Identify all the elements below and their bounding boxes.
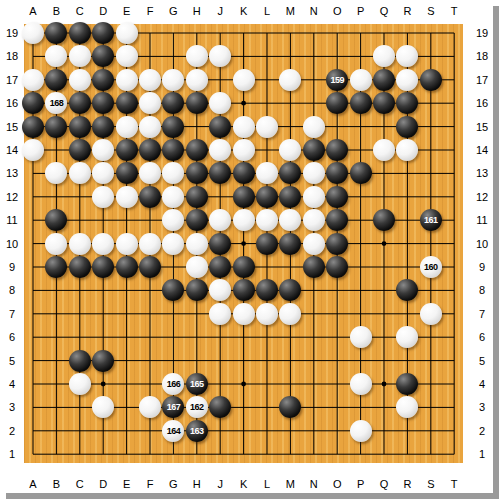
row-label-left-4: 4 — [9, 378, 15, 390]
col-label-bottom-T: T — [451, 478, 458, 490]
black-stone-K8 — [233, 279, 255, 301]
star-point — [382, 241, 387, 246]
row-label-right-2: 2 — [479, 425, 485, 437]
row-label-right-8: 8 — [479, 284, 485, 296]
black-stone-P13 — [350, 162, 372, 184]
white-stone-A19 — [22, 22, 44, 44]
black-stone-F14 — [139, 139, 161, 161]
col-label-top-C: C — [76, 5, 84, 17]
row-label-left-17: 17 — [6, 74, 18, 86]
black-stone-D15 — [92, 116, 114, 138]
col-label-bottom-Q: Q — [380, 478, 389, 490]
white-stone-P6 — [350, 326, 372, 348]
black-stone-K13 — [233, 162, 255, 184]
white-stone-F17 — [139, 69, 161, 91]
row-label-right-13: 13 — [476, 167, 488, 179]
row-label-left-18: 18 — [6, 50, 18, 62]
col-label-top-T: T — [451, 5, 458, 17]
black-stone-Q17 — [373, 69, 395, 91]
white-stone-K11 — [233, 209, 255, 231]
row-label-left-15: 15 — [6, 121, 18, 133]
col-label-bottom-B: B — [53, 478, 60, 490]
col-label-top-S: S — [427, 5, 434, 17]
black-stone-E9 — [116, 256, 138, 278]
white-stone-N15 — [303, 116, 325, 138]
row-label-right-5: 5 — [479, 355, 485, 367]
move-number-label: 168 — [50, 98, 64, 108]
black-stone-E16 — [116, 92, 138, 114]
move-number-label: 162 — [190, 402, 204, 412]
row-label-left-6: 6 — [9, 331, 15, 343]
col-label-top-J: J — [217, 5, 223, 17]
row-label-right-11: 11 — [476, 214, 487, 226]
white-stone-B10 — [45, 233, 67, 255]
white-stone-Q14 — [373, 139, 395, 161]
col-label-top-M: M — [286, 5, 295, 17]
black-stone-L10 — [256, 233, 278, 255]
star-point — [241, 382, 246, 387]
star-point — [241, 241, 246, 246]
row-label-right-6: 6 — [479, 331, 485, 343]
col-label-top-N: N — [310, 5, 318, 17]
board-panel: 159168161160166165167162164163 AABBCCDDE… — [0, 0, 493, 493]
col-label-bottom-S: S — [427, 478, 434, 490]
white-stone-P17 — [350, 69, 372, 91]
white-stone-E12 — [116, 186, 138, 208]
row-label-right-10: 10 — [476, 238, 488, 250]
row-label-left-12: 12 — [6, 191, 18, 203]
row-label-right-19: 19 — [476, 27, 488, 39]
row-label-left-9: 9 — [9, 261, 15, 273]
white-stone-E19 — [116, 22, 138, 44]
white-stone-N11 — [303, 209, 325, 231]
black-stone-C16 — [69, 92, 91, 114]
row-label-left-1: 1 — [9, 448, 15, 460]
black-stone-C5 — [69, 350, 91, 372]
black-stone-P16 — [350, 92, 372, 114]
col-label-bottom-K: K — [240, 478, 247, 490]
row-label-left-10: 10 — [6, 238, 18, 250]
col-label-bottom-E: E — [123, 478, 130, 490]
black-stone-N14 — [303, 139, 325, 161]
row-label-left-13: 13 — [6, 167, 18, 179]
col-label-bottom-F: F — [147, 478, 154, 490]
row-label-right-14: 14 — [476, 144, 488, 156]
col-label-bottom-N: N — [310, 478, 318, 490]
white-stone-G10 — [162, 233, 184, 255]
white-stone-H17 — [186, 69, 208, 91]
row-label-left-3: 3 — [9, 401, 15, 413]
col-label-bottom-O: O — [333, 478, 342, 490]
col-label-top-A: A — [29, 5, 36, 17]
white-stone-K15 — [233, 116, 255, 138]
white-stone-E17 — [116, 69, 138, 91]
white-stone-J7 — [209, 303, 231, 325]
black-stone-E14 — [116, 139, 138, 161]
col-label-bottom-J: J — [217, 478, 223, 490]
star-point — [101, 382, 106, 387]
row-label-right-15: 15 — [476, 121, 488, 133]
col-label-bottom-R: R — [403, 478, 411, 490]
move-number-label: 165 — [190, 379, 204, 389]
black-stone-O10 — [326, 233, 348, 255]
black-stone-C15 — [69, 116, 91, 138]
black-stone-N9 — [303, 256, 325, 278]
white-stone-A17 — [22, 69, 44, 91]
white-stone-P4 — [350, 373, 372, 395]
row-label-left-7: 7 — [9, 308, 15, 320]
white-stone-N12 — [303, 186, 325, 208]
move-number-label: 161 — [424, 215, 438, 225]
row-label-right-3: 3 — [479, 401, 485, 413]
white-stone-P2 — [350, 420, 372, 442]
white-stone-D12 — [92, 186, 114, 208]
black-stone-R15 — [396, 116, 418, 138]
move-number-label: 163 — [190, 426, 204, 436]
row-label-right-18: 18 — [476, 50, 488, 62]
black-stone-G15 — [162, 116, 184, 138]
black-stone-E13 — [116, 162, 138, 184]
row-label-left-8: 8 — [9, 284, 15, 296]
white-stone-D10 — [92, 233, 114, 255]
white-stone-L7 — [256, 303, 278, 325]
star-point — [241, 101, 246, 106]
row-label-right-1: 1 — [479, 448, 485, 460]
black-stone-H4: 165 — [186, 373, 208, 395]
black-stone-B15 — [45, 116, 67, 138]
black-stone-A15 — [22, 116, 44, 138]
black-stone-S11: 161 — [420, 209, 442, 231]
black-stone-O12 — [326, 186, 348, 208]
black-stone-K9 — [233, 256, 255, 278]
white-stone-H10 — [186, 233, 208, 255]
black-stone-J15 — [209, 116, 231, 138]
move-number-label: 166 — [167, 379, 181, 389]
row-label-right-17: 17 — [476, 74, 488, 86]
col-label-top-H: H — [193, 5, 201, 17]
white-stone-K17 — [233, 69, 255, 91]
black-stone-M10 — [279, 233, 301, 255]
white-stone-H9 — [186, 256, 208, 278]
black-stone-C19 — [69, 22, 91, 44]
white-stone-F15 — [139, 116, 161, 138]
move-number-label: 164 — [167, 426, 181, 436]
white-stone-E10 — [116, 233, 138, 255]
black-stone-D17 — [92, 69, 114, 91]
row-label-right-4: 4 — [479, 378, 485, 390]
black-stone-S17 — [420, 69, 442, 91]
black-stone-C9 — [69, 256, 91, 278]
black-stone-H11 — [186, 209, 208, 231]
white-stone-L15 — [256, 116, 278, 138]
black-stone-K12 — [233, 186, 255, 208]
white-stone-E15 — [116, 116, 138, 138]
move-number-label: 160 — [424, 262, 438, 272]
black-stone-C14 — [69, 139, 91, 161]
black-stone-H16 — [186, 92, 208, 114]
star-point — [382, 382, 387, 387]
col-label-top-B: B — [53, 5, 60, 17]
row-label-left-5: 5 — [9, 355, 15, 367]
black-stone-H2: 163 — [186, 420, 208, 442]
row-label-left-11: 11 — [6, 214, 17, 226]
black-stone-J10 — [209, 233, 231, 255]
col-label-bottom-M: M — [286, 478, 295, 490]
white-stone-F10 — [139, 233, 161, 255]
black-stone-H12 — [186, 186, 208, 208]
row-label-left-16: 16 — [6, 97, 18, 109]
col-label-top-O: O — [333, 5, 342, 17]
white-stone-S7 — [420, 303, 442, 325]
col-label-bottom-G: G — [169, 478, 178, 490]
col-label-top-F: F — [147, 5, 154, 17]
white-stone-C10 — [69, 233, 91, 255]
row-label-left-14: 14 — [6, 144, 18, 156]
row-label-right-7: 7 — [479, 308, 485, 320]
col-label-top-P: P — [357, 5, 364, 17]
white-stone-N10 — [303, 233, 325, 255]
black-stone-O17: 159 — [326, 69, 348, 91]
go-game-viewer: { "game": "Go", "board_size": 19, "title… — [0, 0, 500, 500]
col-label-top-E: E — [123, 5, 130, 17]
col-label-top-Q: Q — [380, 5, 389, 17]
goban[interactable]: 159168161160166165167162164163 — [24, 24, 463, 463]
row-label-right-9: 9 — [479, 261, 485, 273]
row-label-right-16: 16 — [476, 97, 488, 109]
col-label-bottom-C: C — [76, 478, 84, 490]
col-label-top-D: D — [99, 5, 107, 17]
black-stone-L12 — [256, 186, 278, 208]
white-stone-E18 — [116, 45, 138, 67]
white-stone-K14 — [233, 139, 255, 161]
col-label-top-G: G — [169, 5, 178, 17]
col-label-top-L: L — [264, 5, 270, 17]
black-stone-D5 — [92, 350, 114, 372]
white-stone-A14 — [22, 139, 44, 161]
col-label-bottom-A: A — [29, 478, 36, 490]
black-stone-H14 — [186, 139, 208, 161]
col-label-top-R: R — [403, 5, 411, 17]
col-label-top-K: K — [240, 5, 247, 17]
col-label-bottom-H: H — [193, 478, 201, 490]
move-number-label: 159 — [330, 75, 344, 85]
col-label-bottom-L: L — [264, 478, 270, 490]
col-label-bottom-P: P — [357, 478, 364, 490]
move-number-label: 167 — [167, 402, 181, 412]
white-stone-C17 — [69, 69, 91, 91]
white-stone-S9: 160 — [420, 256, 442, 278]
white-stone-K7 — [233, 303, 255, 325]
row-label-left-19: 19 — [6, 27, 18, 39]
row-label-left-2: 2 — [9, 425, 15, 437]
white-stone-C4 — [69, 373, 91, 395]
black-stone-F12 — [139, 186, 161, 208]
row-label-right-12: 12 — [476, 191, 488, 203]
col-label-bottom-D: D — [99, 478, 107, 490]
black-stone-F9 — [139, 256, 161, 278]
